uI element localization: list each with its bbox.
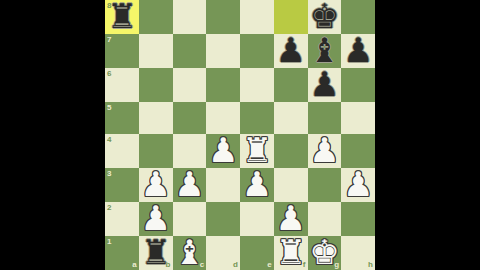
letterbox-right [375,0,480,270]
white-pawn-e3[interactable]: ♟ [242,167,272,201]
square-f1[interactable]: f♜ [274,236,308,270]
square-a4[interactable]: 4 [105,134,139,168]
white-rook-f1[interactable]: ♜ [275,235,305,269]
square-b7[interactable] [139,34,173,68]
rank-label-6: 6 [107,70,111,78]
file-label-e: e [267,261,271,269]
square-e8[interactable] [240,0,274,34]
square-d6[interactable] [206,68,240,102]
square-f2[interactable]: ♟ [274,202,308,236]
square-h8[interactable] [341,0,375,34]
square-h6[interactable] [341,68,375,102]
square-f5[interactable] [274,102,308,134]
square-h1[interactable]: h [341,236,375,270]
square-d1[interactable]: d [206,236,240,270]
black-rook-a8[interactable]: ♜ [107,0,137,33]
square-c2[interactable] [173,202,207,236]
square-h4[interactable] [341,134,375,168]
square-f8[interactable] [274,0,308,34]
square-c8[interactable] [173,0,207,34]
square-f3[interactable] [274,168,308,202]
square-h7[interactable]: ♟ [341,34,375,68]
square-c4[interactable] [173,134,207,168]
chess-board: 8♜♚7♟♝♟6♟54♟♜♟3♟♟♟♟2♟♟1ab♜c♝def♜g♚h [105,0,375,270]
white-rook-e4[interactable]: ♜ [242,133,272,167]
square-e1[interactable]: e [240,236,274,270]
black-bishop-g7[interactable]: ♝ [309,33,339,67]
square-a1[interactable]: 1a [105,236,139,270]
rank-label-4: 4 [107,136,111,144]
square-c5[interactable] [173,102,207,134]
white-king-g1[interactable]: ♚ [309,235,339,269]
rank-label-2: 2 [107,204,111,212]
square-g1[interactable]: g♚ [308,236,342,270]
square-g4[interactable]: ♟ [308,134,342,168]
square-f6[interactable] [274,68,308,102]
square-a6[interactable]: 6 [105,68,139,102]
square-g3[interactable] [308,168,342,202]
square-h2[interactable] [341,202,375,236]
square-b2[interactable]: ♟ [139,202,173,236]
rank-label-5: 5 [107,104,111,112]
square-e6[interactable] [240,68,274,102]
square-a2[interactable]: 2 [105,202,139,236]
white-pawn-d4[interactable]: ♟ [208,133,238,167]
square-c7[interactable] [173,34,207,68]
square-d7[interactable] [206,34,240,68]
square-a7[interactable]: 7 [105,34,139,68]
rank-label-1: 1 [107,238,111,246]
square-e3[interactable]: ♟ [240,168,274,202]
square-a5[interactable]: 5 [105,102,139,134]
white-pawn-f2[interactable]: ♟ [275,201,305,235]
square-e2[interactable] [240,202,274,236]
rank-label-7: 7 [107,36,111,44]
video-frame: 8♜♚7♟♝♟6♟54♟♜♟3♟♟♟♟2♟♟1ab♜c♝def♜g♚h [0,0,480,270]
square-b3[interactable]: ♟ [139,168,173,202]
square-b6[interactable] [139,68,173,102]
square-b4[interactable] [139,134,173,168]
white-pawn-b3[interactable]: ♟ [140,167,170,201]
file-label-h: h [368,261,373,269]
square-g6[interactable]: ♟ [308,68,342,102]
square-f7[interactable]: ♟ [274,34,308,68]
square-c3[interactable]: ♟ [173,168,207,202]
square-d4[interactable]: ♟ [206,134,240,168]
square-c1[interactable]: c♝ [173,236,207,270]
square-d8[interactable] [206,0,240,34]
letterbox-left [0,0,105,270]
square-h5[interactable] [341,102,375,134]
square-c6[interactable] [173,68,207,102]
square-e7[interactable] [240,34,274,68]
black-rook-b1[interactable]: ♜ [140,235,170,269]
square-b5[interactable] [139,102,173,134]
square-h3[interactable]: ♟ [341,168,375,202]
black-king-g8[interactable]: ♚ [309,0,339,33]
square-e4[interactable]: ♜ [240,134,274,168]
black-pawn-g6[interactable]: ♟ [309,67,339,101]
file-label-a: a [132,261,136,269]
square-g8[interactable]: ♚ [308,0,342,34]
white-pawn-c3[interactable]: ♟ [174,167,204,201]
white-pawn-b2[interactable]: ♟ [140,201,170,235]
white-bishop-c1[interactable]: ♝ [174,235,204,269]
square-d3[interactable] [206,168,240,202]
square-d2[interactable] [206,202,240,236]
square-g2[interactable] [308,202,342,236]
square-b1[interactable]: b♜ [139,236,173,270]
square-a8[interactable]: 8♜ [105,0,139,34]
square-g7[interactable]: ♝ [308,34,342,68]
file-label-d: d [233,261,238,269]
square-f4[interactable] [274,134,308,168]
black-pawn-f7[interactable]: ♟ [275,33,305,67]
white-pawn-h3[interactable]: ♟ [343,167,373,201]
rank-label-3: 3 [107,170,111,178]
square-b8[interactable] [139,0,173,34]
white-pawn-g4[interactable]: ♟ [309,133,339,167]
square-a3[interactable]: 3 [105,168,139,202]
black-pawn-h7[interactable]: ♟ [343,33,373,67]
